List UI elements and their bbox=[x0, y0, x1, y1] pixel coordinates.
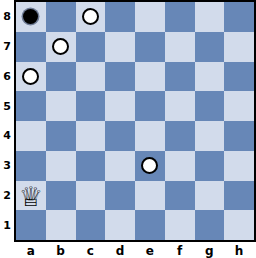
square-f5[interactable] bbox=[165, 91, 195, 121]
square-d2[interactable] bbox=[105, 181, 135, 211]
chess-diagram: 87654321 ♕ abcdefgh bbox=[0, 0, 256, 258]
square-h7[interactable] bbox=[224, 32, 254, 62]
rank-label-1: 1 bbox=[0, 210, 14, 240]
square-h1[interactable] bbox=[224, 210, 254, 240]
square-f1[interactable] bbox=[165, 210, 195, 240]
file-label-c: c bbox=[76, 243, 106, 258]
file-label-b: b bbox=[46, 243, 76, 258]
square-f7[interactable] bbox=[165, 32, 195, 62]
square-d6[interactable] bbox=[105, 62, 135, 92]
square-c3[interactable] bbox=[76, 151, 106, 181]
square-c7[interactable] bbox=[76, 32, 106, 62]
square-h4[interactable] bbox=[224, 121, 254, 151]
square-a4[interactable] bbox=[16, 121, 46, 151]
square-h3[interactable] bbox=[224, 151, 254, 181]
square-c2[interactable] bbox=[76, 181, 106, 211]
square-e8[interactable] bbox=[135, 2, 165, 32]
square-d3[interactable] bbox=[105, 151, 135, 181]
square-g1[interactable] bbox=[195, 210, 225, 240]
square-c5[interactable] bbox=[76, 91, 106, 121]
square-d8[interactable] bbox=[105, 2, 135, 32]
square-a3[interactable] bbox=[16, 151, 46, 181]
black-disc-piece[interactable] bbox=[23, 9, 38, 24]
square-b6[interactable] bbox=[46, 62, 76, 92]
chess-board[interactable]: ♕ bbox=[14, 0, 256, 242]
square-b1[interactable] bbox=[46, 210, 76, 240]
square-e6[interactable] bbox=[135, 62, 165, 92]
square-g3[interactable] bbox=[195, 151, 225, 181]
square-f4[interactable] bbox=[165, 121, 195, 151]
file-label-h: h bbox=[224, 243, 254, 258]
square-h8[interactable] bbox=[224, 2, 254, 32]
square-b3[interactable] bbox=[46, 151, 76, 181]
rank-label-6: 6 bbox=[0, 62, 14, 92]
square-g2[interactable] bbox=[195, 181, 225, 211]
square-b7[interactable] bbox=[46, 32, 76, 62]
square-a2[interactable]: ♕ bbox=[16, 181, 46, 211]
square-c8[interactable] bbox=[76, 2, 106, 32]
square-g4[interactable] bbox=[195, 121, 225, 151]
square-c4[interactable] bbox=[76, 121, 106, 151]
square-a1[interactable] bbox=[16, 210, 46, 240]
rank-label-8: 8 bbox=[0, 2, 14, 32]
square-f6[interactable] bbox=[165, 62, 195, 92]
square-e4[interactable] bbox=[135, 121, 165, 151]
rank-labels: 87654321 bbox=[0, 2, 14, 240]
file-label-a: a bbox=[16, 243, 46, 258]
square-b4[interactable] bbox=[46, 121, 76, 151]
square-b2[interactable] bbox=[46, 181, 76, 211]
square-b5[interactable] bbox=[46, 91, 76, 121]
square-d5[interactable] bbox=[105, 91, 135, 121]
square-g6[interactable] bbox=[195, 62, 225, 92]
file-label-f: f bbox=[165, 243, 195, 258]
square-a5[interactable] bbox=[16, 91, 46, 121]
square-e7[interactable] bbox=[135, 32, 165, 62]
square-g7[interactable] bbox=[195, 32, 225, 62]
square-d7[interactable] bbox=[105, 32, 135, 62]
square-b8[interactable] bbox=[46, 2, 76, 32]
square-d4[interactable] bbox=[105, 121, 135, 151]
square-h6[interactable] bbox=[224, 62, 254, 92]
square-a7[interactable] bbox=[16, 32, 46, 62]
square-e5[interactable] bbox=[135, 91, 165, 121]
square-g5[interactable] bbox=[195, 91, 225, 121]
square-d1[interactable] bbox=[105, 210, 135, 240]
white-circle-piece[interactable] bbox=[82, 8, 99, 25]
square-a6[interactable] bbox=[16, 62, 46, 92]
square-c1[interactable] bbox=[76, 210, 106, 240]
rank-label-3: 3 bbox=[0, 151, 14, 181]
square-e1[interactable] bbox=[135, 210, 165, 240]
white-queen-piece[interactable]: ♕ bbox=[19, 182, 43, 212]
square-e2[interactable] bbox=[135, 181, 165, 211]
white-circle-piece[interactable] bbox=[52, 38, 69, 55]
square-f3[interactable] bbox=[165, 151, 195, 181]
rank-label-2: 2 bbox=[0, 181, 14, 211]
file-label-g: g bbox=[195, 243, 225, 258]
square-h5[interactable] bbox=[224, 91, 254, 121]
white-circle-piece[interactable] bbox=[22, 68, 39, 85]
square-g8[interactable] bbox=[195, 2, 225, 32]
file-label-d: d bbox=[105, 243, 135, 258]
square-e3[interactable] bbox=[135, 151, 165, 181]
rank-label-5: 5 bbox=[0, 91, 14, 121]
file-labels: abcdefgh bbox=[16, 243, 254, 258]
square-a8[interactable] bbox=[16, 2, 46, 32]
square-f8[interactable] bbox=[165, 2, 195, 32]
rank-label-4: 4 bbox=[0, 121, 14, 151]
square-c6[interactable] bbox=[76, 62, 106, 92]
file-label-e: e bbox=[135, 243, 165, 258]
rank-label-7: 7 bbox=[0, 32, 14, 62]
square-f2[interactable] bbox=[165, 181, 195, 211]
square-h2[interactable] bbox=[224, 181, 254, 211]
white-circle-piece[interactable] bbox=[141, 157, 158, 174]
